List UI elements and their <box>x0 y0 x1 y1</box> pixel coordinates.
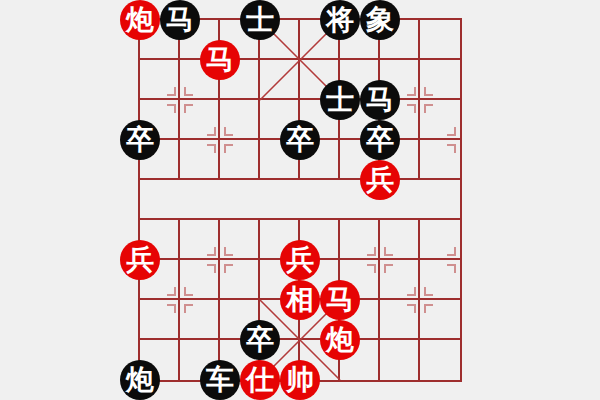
board-cell <box>420 340 460 380</box>
marker-corner <box>207 264 216 273</box>
marker-corner <box>184 304 193 313</box>
red-horse[interactable]: 马 <box>320 280 360 320</box>
marker-corner <box>424 104 433 113</box>
marker-corner <box>367 264 376 273</box>
black-soldier[interactable]: 卒 <box>360 120 400 160</box>
black-horse[interactable]: 马 <box>160 0 200 40</box>
marker-corner <box>424 304 433 313</box>
marker-corner <box>367 247 376 256</box>
point-marker <box>167 87 193 113</box>
marker-corner <box>224 247 233 256</box>
black-soldier[interactable]: 卒 <box>120 120 160 160</box>
board-cell <box>300 180 340 220</box>
red-general[interactable]: 帅 <box>280 360 320 400</box>
point-marker <box>207 247 233 273</box>
black-soldier[interactable]: 卒 <box>280 120 320 160</box>
board-cell <box>420 20 460 60</box>
board-cell <box>380 340 420 380</box>
red-soldier[interactable]: 兵 <box>280 240 320 280</box>
point-marker <box>447 127 473 153</box>
board-cell <box>260 60 300 100</box>
marker-corner <box>407 304 416 313</box>
board-cell <box>220 180 260 220</box>
board-grid <box>138 18 462 382</box>
point-marker <box>407 87 433 113</box>
black-cannon[interactable]: 炮 <box>120 360 160 400</box>
marker-corner <box>207 144 216 153</box>
marker-corner <box>407 104 416 113</box>
marker-corner <box>447 264 456 273</box>
marker-corner <box>407 87 416 96</box>
marker-corner <box>167 287 176 296</box>
board-cell <box>140 180 180 220</box>
black-elephant[interactable]: 象 <box>360 0 400 40</box>
xiangqi-board: 炮马士将象马士马卒卒卒兵兵兵相马卒炮炮车仕帅 <box>0 0 600 400</box>
marker-corner <box>167 104 176 113</box>
point-marker <box>447 247 473 273</box>
marker-corner <box>167 87 176 96</box>
marker-corner <box>184 87 193 96</box>
marker-corner <box>384 264 393 273</box>
board-cell <box>260 180 300 220</box>
marker-corner <box>207 247 216 256</box>
marker-corner <box>207 127 216 136</box>
marker-corner <box>224 264 233 273</box>
marker-corner <box>167 304 176 313</box>
black-soldier[interactable]: 卒 <box>240 320 280 360</box>
red-cannon[interactable]: 炮 <box>120 0 160 40</box>
black-advisor[interactable]: 士 <box>320 80 360 120</box>
marker-corner <box>447 247 456 256</box>
red-advisor[interactable]: 仕 <box>240 360 280 400</box>
black-general[interactable]: 将 <box>320 0 360 40</box>
black-advisor[interactable]: 士 <box>240 0 280 40</box>
marker-corner <box>424 287 433 296</box>
marker-corner <box>384 247 393 256</box>
red-elephant[interactable]: 相 <box>280 280 320 320</box>
red-cannon[interactable]: 炮 <box>320 320 360 360</box>
red-horse[interactable]: 马 <box>200 40 240 80</box>
marker-corner <box>184 104 193 113</box>
red-soldier[interactable]: 兵 <box>120 240 160 280</box>
black-horse[interactable]: 马 <box>360 80 400 120</box>
red-soldier[interactable]: 兵 <box>360 160 400 200</box>
marker-corner <box>224 127 233 136</box>
point-marker <box>407 287 433 313</box>
marker-corner <box>424 87 433 96</box>
marker-corner <box>184 287 193 296</box>
point-marker <box>167 287 193 313</box>
black-chariot[interactable]: 车 <box>200 360 240 400</box>
point-marker <box>207 127 233 153</box>
marker-corner <box>447 144 456 153</box>
board-cell <box>420 180 460 220</box>
marker-corner <box>224 144 233 153</box>
marker-corner <box>407 287 416 296</box>
board-cell <box>180 180 220 220</box>
marker-corner <box>447 127 456 136</box>
point-marker <box>367 247 393 273</box>
